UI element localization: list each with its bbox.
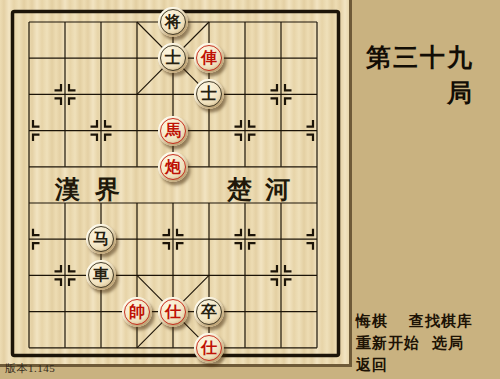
piece-glyph: 車 bbox=[93, 267, 109, 283]
piece-glyph: 俥 bbox=[201, 50, 217, 66]
piece-black-advisor[interactable]: 士 bbox=[194, 79, 224, 109]
piece-red-advisor[interactable]: 仕 bbox=[158, 297, 188, 327]
puzzle-title-line1: 第三十九 bbox=[362, 40, 474, 75]
menu-item-select-game[interactable]: 选局 bbox=[432, 332, 464, 354]
piece-glyph: 仕 bbox=[165, 304, 181, 320]
piece-glyph: 士 bbox=[201, 86, 217, 102]
piece-red-chariot[interactable]: 俥 bbox=[194, 43, 224, 73]
piece-red-cannon[interactable]: 炮 bbox=[158, 152, 188, 182]
piece-glyph: 帥 bbox=[129, 304, 145, 320]
piece-black-horse[interactable]: 马 bbox=[86, 224, 116, 254]
piece-black-chariot[interactable]: 車 bbox=[86, 260, 116, 290]
menu-row-1: 悔棋 查找棋库 bbox=[356, 310, 494, 332]
piece-glyph: 仕 bbox=[201, 340, 217, 356]
piece-glyph: 卒 bbox=[201, 304, 217, 320]
piece-black-general[interactable]: 将 bbox=[158, 7, 188, 37]
piece-glyph: 士 bbox=[165, 50, 181, 66]
piece-red-general[interactable]: 帥 bbox=[122, 297, 152, 327]
piece-red-advisor[interactable]: 仕 bbox=[194, 333, 224, 363]
puzzle-title-line2: 局 bbox=[362, 75, 474, 110]
menu-item-back[interactable]: 返回 bbox=[356, 354, 388, 376]
menu-item-restart[interactable]: 重新开始 bbox=[356, 332, 420, 354]
menu-item-undo-move[interactable]: 悔棋 bbox=[356, 310, 388, 332]
xiangqi-app: 漢界 楚河 将士俥士馬炮马車帥仕卒仕 第三十九 局 悔棋 查找棋库 重新开始 选… bbox=[0, 0, 500, 379]
piece-glyph: 将 bbox=[165, 14, 181, 30]
menu-row-3: 返回 bbox=[356, 354, 494, 376]
menu-item-search-library[interactable]: 查找棋库 bbox=[409, 310, 473, 332]
pieces-grid: 将士俥士馬炮马車帥仕卒仕 bbox=[11, 4, 335, 366]
puzzle-title: 第三十九 局 bbox=[362, 40, 474, 110]
piece-black-advisor[interactable]: 士 bbox=[158, 43, 188, 73]
piece-black-pawn[interactable]: 卒 bbox=[194, 297, 224, 327]
menu-row-2: 重新开始 选局 bbox=[356, 332, 494, 354]
piece-glyph: 炮 bbox=[165, 159, 181, 175]
piece-glyph: 马 bbox=[93, 231, 109, 247]
board-panel: 漢界 楚河 将士俥士馬炮马車帥仕卒仕 bbox=[0, 0, 352, 367]
menu: 悔棋 查找棋库 重新开始 选局 返回 bbox=[356, 310, 494, 376]
piece-red-horse[interactable]: 馬 bbox=[158, 116, 188, 146]
piece-glyph: 馬 bbox=[165, 123, 181, 139]
